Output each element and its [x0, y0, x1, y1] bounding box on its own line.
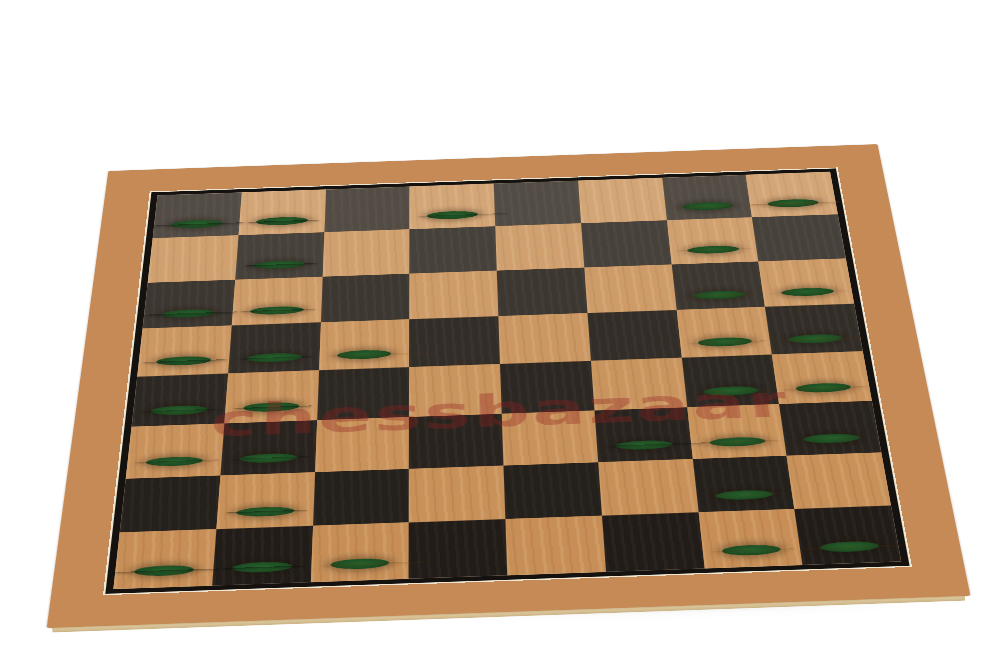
rook-glyph: ♜ — [761, 384, 932, 573]
chessboard: ♜♟♞♟♜♟♟♚♟♟♝♛♟♞♟♚♝♟♟♛♝♟♞♟♝♟♟♜♟♞♟♜ chessba… — [47, 144, 971, 628]
square-h1: ♜ — [795, 506, 902, 565]
square-h4 — [505, 516, 605, 576]
square-g4 — [503, 462, 601, 519]
knight-glyph: ♞ — [259, 376, 456, 594]
square-h6: ♞ — [310, 523, 409, 583]
board-squares: ♜♟♞♟♜♟♟♚♟♟♝♛♟♞♟♚♝♟♟♛♝♟♞♟♝♟♟♜♟♞♟♜ — [105, 168, 909, 593]
photo-scene: ♜♟♞♟♜♟♟♚♟♟♝♛♟♞♟♚♝♟♟♛♝♟♞♟♝♟♟♜♟♞♟♜ chessba… — [0, 0, 1000, 667]
board-frame: ♜♟♞♟♜♟♟♚♟♟♝♛♟♞♟♚♝♟♟♛♝♟♞♟♝♟♟♜♟♞♟♜ chessba… — [47, 144, 971, 628]
